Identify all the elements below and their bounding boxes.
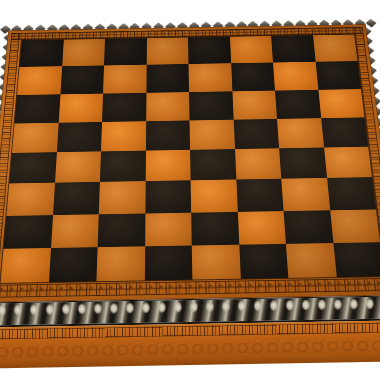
square-f1[interactable] <box>239 244 289 279</box>
square-a8[interactable] <box>20 40 64 67</box>
square-g8[interactable] <box>271 35 315 62</box>
square-c7[interactable] <box>103 65 146 93</box>
board-surface <box>0 24 380 302</box>
case-front-side <box>0 296 380 369</box>
square-a4[interactable] <box>9 152 56 183</box>
square-h8[interactable] <box>313 35 358 62</box>
case-side-panel <box>0 321 380 369</box>
square-g5[interactable] <box>277 118 324 148</box>
square-a2[interactable] <box>4 215 53 249</box>
square-c3[interactable] <box>99 181 145 214</box>
square-g2[interactable] <box>284 210 333 244</box>
square-e1[interactable] <box>192 244 241 279</box>
square-e4[interactable] <box>190 149 236 180</box>
square-e7[interactable] <box>189 63 232 91</box>
square-b7[interactable] <box>60 66 104 94</box>
square-f8[interactable] <box>230 36 273 63</box>
square-d6[interactable] <box>146 92 190 121</box>
square-f6[interactable] <box>232 90 277 119</box>
square-c8[interactable] <box>104 38 146 65</box>
chess-board <box>0 17 380 302</box>
square-f3[interactable] <box>236 179 284 212</box>
square-g6[interactable] <box>275 89 321 118</box>
case-side-embossed-scrolls <box>0 338 380 359</box>
square-h3[interactable] <box>327 177 376 210</box>
square-c4[interactable] <box>100 151 146 182</box>
square-h4[interactable] <box>324 147 372 178</box>
square-d7[interactable] <box>146 64 189 92</box>
square-f4[interactable] <box>235 148 282 179</box>
square-h5[interactable] <box>321 117 368 147</box>
square-a3[interactable] <box>6 183 54 216</box>
square-h1[interactable] <box>333 242 380 277</box>
square-c6[interactable] <box>102 92 146 121</box>
square-a1[interactable] <box>0 248 50 283</box>
square-f5[interactable] <box>233 119 279 149</box>
square-e5[interactable] <box>190 120 235 150</box>
square-e8[interactable] <box>188 37 231 64</box>
square-h2[interactable] <box>330 209 380 243</box>
square-h6[interactable] <box>318 89 365 118</box>
square-a5[interactable] <box>12 123 58 153</box>
square-h7[interactable] <box>315 61 361 89</box>
metal-zigzag-trim <box>0 17 373 24</box>
square-g3[interactable] <box>281 178 329 211</box>
square-d1[interactable] <box>144 245 192 280</box>
square-g4[interactable] <box>279 148 327 179</box>
square-b1[interactable] <box>48 247 97 282</box>
square-b4[interactable] <box>55 151 101 182</box>
square-g1[interactable] <box>286 243 336 278</box>
square-d8[interactable] <box>146 38 188 65</box>
square-d2[interactable] <box>145 212 192 246</box>
square-e6[interactable] <box>189 91 233 120</box>
square-f2[interactable] <box>237 211 286 245</box>
board-grid <box>0 34 380 284</box>
square-e3[interactable] <box>191 180 238 213</box>
square-g7[interactable] <box>273 62 318 90</box>
square-d4[interactable] <box>145 150 190 181</box>
square-a7[interactable] <box>17 66 62 94</box>
zigzag-tooth-icon <box>366 19 377 28</box>
square-e2[interactable] <box>191 211 239 245</box>
square-b6[interactable] <box>58 93 103 122</box>
square-b3[interactable] <box>53 182 100 215</box>
square-f7[interactable] <box>231 63 275 91</box>
board-tilt-wrapper <box>0 0 380 380</box>
square-d3[interactable] <box>145 180 191 213</box>
square-b8[interactable] <box>62 39 105 66</box>
square-a6[interactable] <box>15 94 61 123</box>
square-c2[interactable] <box>98 213 145 247</box>
square-d5[interactable] <box>146 120 191 150</box>
square-c1[interactable] <box>96 246 144 281</box>
square-c5[interactable] <box>101 121 146 151</box>
product-photo <box>0 0 380 380</box>
square-b2[interactable] <box>51 214 99 248</box>
square-b5[interactable] <box>56 122 102 152</box>
